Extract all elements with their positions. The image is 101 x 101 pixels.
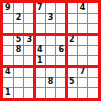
cell-r9c3[interactable]	[24, 88, 34, 98]
cell-r4c3[interactable]: 3	[24, 35, 34, 45]
cell-r6c8[interactable]	[78, 56, 88, 66]
cell-r1c7[interactable]	[67, 3, 77, 13]
cell-r9c8[interactable]	[78, 88, 88, 98]
cell-r7c2[interactable]	[14, 67, 24, 77]
cell-r3c9[interactable]	[88, 24, 98, 34]
cell-r7c4[interactable]	[35, 67, 45, 77]
cell-r9c7[interactable]	[67, 88, 77, 98]
cell-r8c6[interactable]	[56, 78, 66, 88]
cell-r7c8[interactable]: 7	[78, 67, 88, 77]
cell-r5c7[interactable]	[67, 46, 77, 56]
cell-r2c6[interactable]	[56, 14, 66, 24]
cell-r6c6[interactable]	[56, 56, 66, 66]
cell-r7c6[interactable]	[56, 67, 66, 77]
cell-r2c2[interactable]: 2	[14, 14, 24, 24]
cell-r4c2[interactable]: 5	[14, 35, 24, 45]
cell-r1c3[interactable]	[24, 3, 34, 13]
cell-r2c8[interactable]	[78, 14, 88, 24]
cell-r3c2[interactable]	[14, 24, 24, 34]
cell-r8c9[interactable]	[88, 78, 98, 88]
cell-r1c9[interactable]	[88, 3, 98, 13]
cell-r8c8[interactable]	[78, 78, 88, 88]
cell-r5c8[interactable]	[78, 46, 88, 56]
cell-r6c7[interactable]	[67, 56, 77, 66]
cell-r4c5[interactable]	[46, 35, 56, 45]
cell-r9c1[interactable]: 1	[3, 88, 13, 98]
cell-r1c8[interactable]: 4	[78, 3, 88, 13]
cell-r4c8[interactable]	[78, 35, 88, 45]
cell-r7c1[interactable]: 4	[3, 67, 13, 77]
cell-r8c3[interactable]	[24, 78, 34, 88]
cell-r6c5[interactable]	[46, 56, 56, 66]
cell-r9c2[interactable]	[14, 88, 24, 98]
cell-r6c3[interactable]	[24, 56, 34, 66]
cell-r8c4[interactable]	[35, 78, 45, 88]
cell-r4c1[interactable]	[3, 35, 13, 45]
cell-r4c7[interactable]: 2	[67, 35, 77, 45]
cell-r7c3[interactable]	[24, 67, 34, 77]
cell-r2c5[interactable]: 3	[46, 14, 56, 24]
cell-r2c3[interactable]	[24, 14, 34, 24]
cell-r4c4[interactable]	[35, 35, 45, 45]
cell-r9c9[interactable]	[88, 88, 98, 98]
cell-r5c9[interactable]	[88, 46, 98, 56]
cell-r7c7[interactable]	[67, 67, 77, 77]
cell-r1c1[interactable]: 9	[3, 3, 13, 13]
cell-r5c1[interactable]	[3, 46, 13, 56]
cell-r2c9[interactable]	[88, 14, 98, 24]
cell-r7c9[interactable]	[88, 67, 98, 77]
cell-r4c9[interactable]	[88, 35, 98, 45]
cell-r2c7[interactable]	[67, 14, 77, 24]
cell-r1c4[interactable]: 7	[35, 3, 45, 13]
cell-r9c6[interactable]	[56, 88, 66, 98]
cell-r5c2[interactable]: 8	[14, 46, 24, 56]
cell-r8c2[interactable]	[14, 78, 24, 88]
sudoku-grid: 97423532846147851	[3, 3, 98, 98]
cell-r5c4[interactable]: 4	[35, 46, 45, 56]
cell-r3c5[interactable]	[46, 24, 56, 34]
cell-r2c1[interactable]	[3, 14, 13, 24]
cell-r3c8[interactable]	[78, 24, 88, 34]
cell-r3c1[interactable]	[3, 24, 13, 34]
cell-r6c1[interactable]	[3, 56, 13, 66]
cell-r5c5[interactable]	[46, 46, 56, 56]
cell-r7c5[interactable]	[46, 67, 56, 77]
cell-r1c6[interactable]	[56, 3, 66, 13]
cell-r4c6[interactable]	[56, 35, 66, 45]
sudoku-board: 97423532846147851	[0, 0, 101, 101]
cell-r9c4[interactable]	[35, 88, 45, 98]
cell-r6c2[interactable]	[14, 56, 24, 66]
cell-r1c5[interactable]	[46, 3, 56, 13]
cell-r2c4[interactable]	[35, 14, 45, 24]
cell-r3c3[interactable]	[24, 24, 34, 34]
cell-r8c5[interactable]: 8	[46, 78, 56, 88]
cell-r5c3[interactable]	[24, 46, 34, 56]
cell-r3c4[interactable]	[35, 24, 45, 34]
cell-r9c5[interactable]	[46, 88, 56, 98]
cell-r6c9[interactable]	[88, 56, 98, 66]
cell-r8c7[interactable]: 5	[67, 78, 77, 88]
cell-r3c7[interactable]	[67, 24, 77, 34]
cell-r1c2[interactable]	[14, 3, 24, 13]
cell-r5c6[interactable]: 6	[56, 46, 66, 56]
cell-r3c6[interactable]	[56, 24, 66, 34]
cell-r6c4[interactable]: 1	[35, 56, 45, 66]
cell-r8c1[interactable]	[3, 78, 13, 88]
